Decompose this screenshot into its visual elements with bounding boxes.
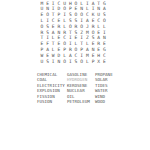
word-list-item: WOOD — [95, 99, 117, 104]
word-list-item: FUSION — [37, 99, 67, 104]
word-search-grid: MEICUHOLIATGUNIDOPENLINAEOTPISOOCKUSLICE… — [39, 1, 107, 65]
word-search-worksheet: MEICUHOLIATGUNIDOPENLINAEOTPISOOCKUSLICE… — [0, 0, 150, 150]
word-list-column: CHEMICALCOALELECTRICITYEXPLOSIONFISSIONF… — [37, 72, 67, 105]
word-list: CHEMICALCOALELECTRICITYEXPLOSIONFISSIONF… — [37, 72, 117, 105]
grid-cell: E — [102, 59, 108, 65]
word-list-column: GASOLINEHYDROGENKEROSENENUCLEAROILPETROL… — [67, 72, 95, 105]
word-list-column: PROPANESOLARTIDESWATERWINDWOOD — [95, 72, 117, 105]
word-list-item: PETROLEUM — [67, 99, 95, 104]
